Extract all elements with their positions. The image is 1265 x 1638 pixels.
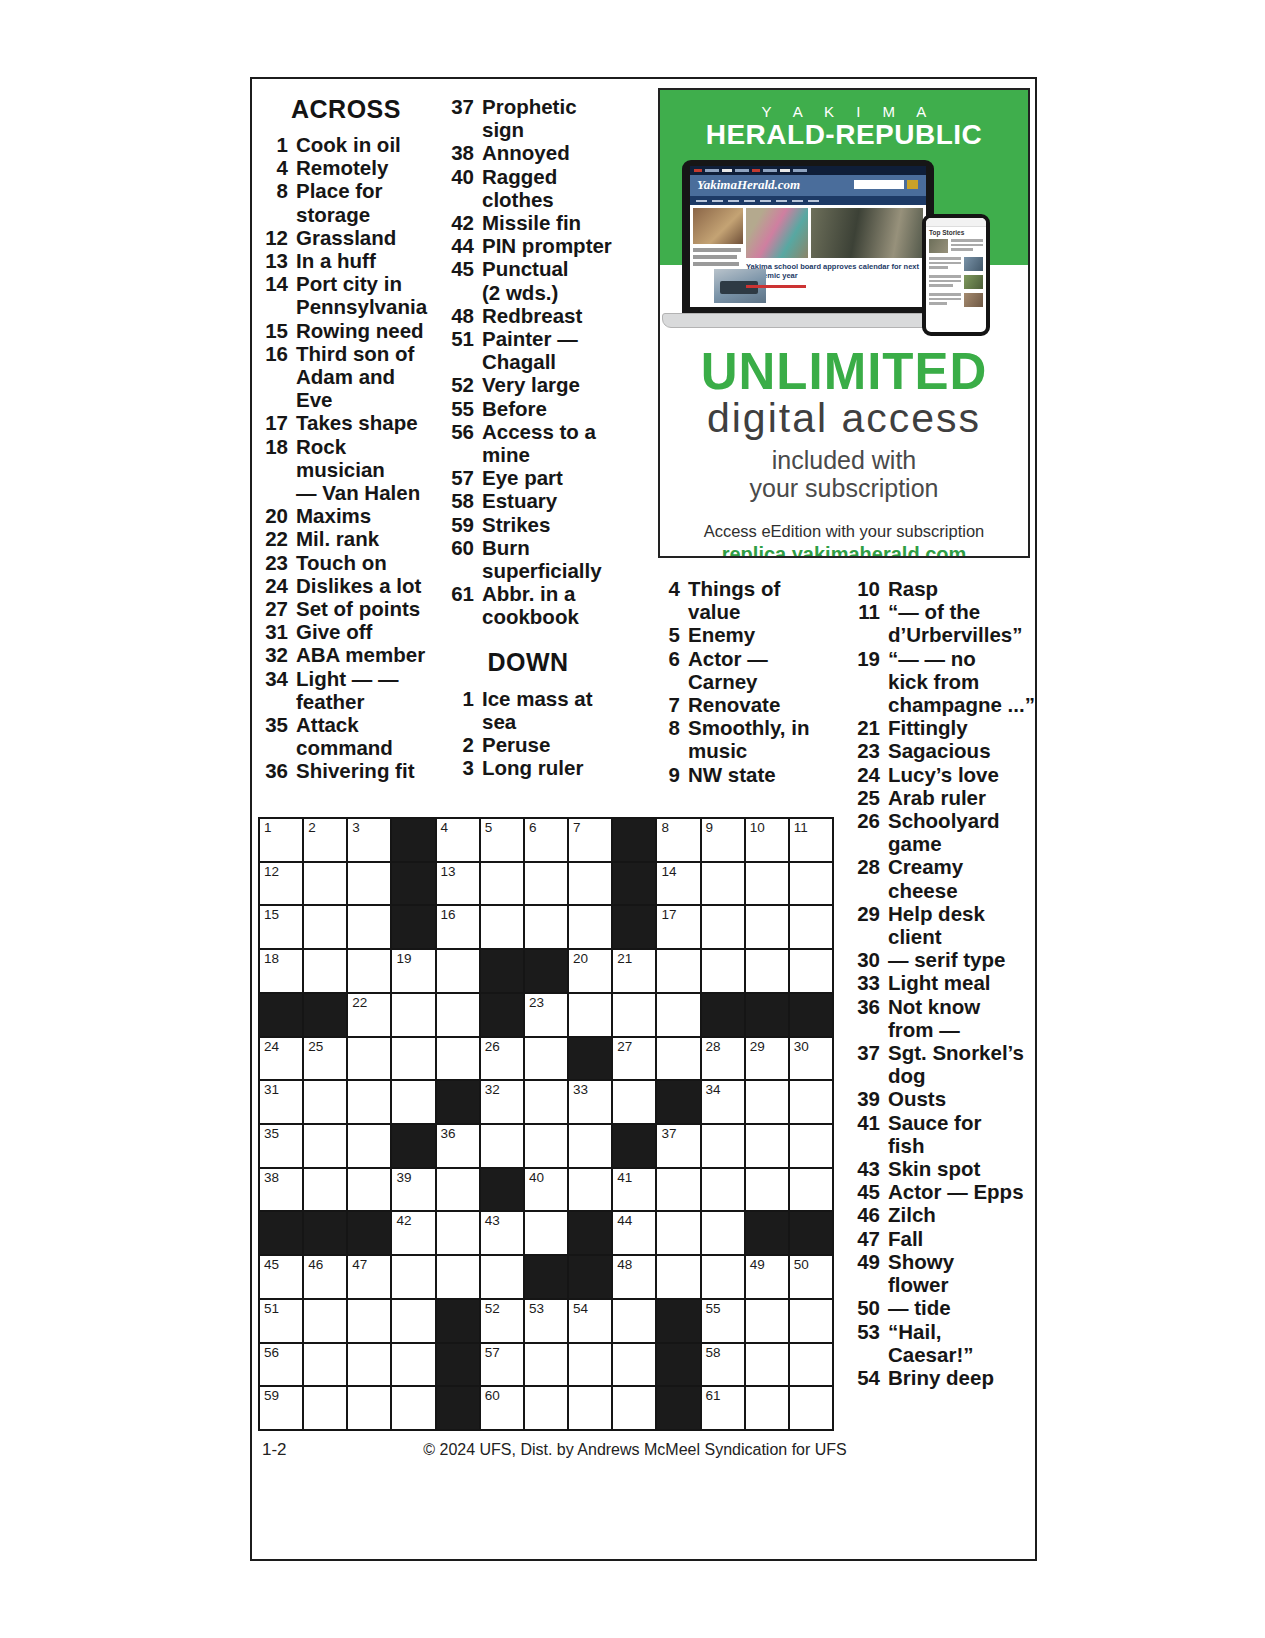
grid-cell[interactable]: [348, 950, 390, 992]
cell-number: 33: [573, 1083, 588, 1097]
grid-cell[interactable]: [790, 1300, 832, 1342]
grid-cell[interactable]: 3: [348, 819, 390, 861]
grid-cell-black: [657, 1387, 699, 1429]
cell-number: 32: [485, 1083, 500, 1097]
grid-cell[interactable]: 22: [348, 994, 390, 1036]
grid-cell[interactable]: [437, 950, 479, 992]
down-clue-54: 54Briny deep: [843, 1366, 1035, 1389]
clue-number: 18: [262, 435, 288, 458]
grid-cell[interactable]: [348, 1081, 390, 1123]
grid-cell[interactable]: 46: [304, 1256, 346, 1298]
cell-number: 2: [308, 821, 316, 835]
grid-cell[interactable]: 14: [657, 863, 699, 905]
grid-cell[interactable]: 25: [304, 1038, 346, 1080]
grid-cell[interactable]: [746, 1169, 788, 1211]
clue-number: 45: [843, 1180, 880, 1203]
clue-text: Schoolyard game: [888, 809, 1000, 855]
grid-cell-black: [437, 1344, 479, 1386]
grid-cell[interactable]: [657, 1169, 699, 1211]
down-clue-9: 9NW state: [648, 763, 824, 786]
grid-cell[interactable]: [790, 950, 832, 992]
grid-cell[interactable]: [746, 1125, 788, 1167]
cell-number: 38: [264, 1171, 279, 1185]
cell-number: 21: [617, 952, 632, 966]
clue-number: 33: [843, 971, 880, 994]
clue-text: Sgt. Snorkel’s dog: [888, 1041, 1024, 1087]
grid-cell[interactable]: [437, 1256, 479, 1298]
grid-cell[interactable]: [790, 1081, 832, 1123]
grid-cell[interactable]: 27: [613, 1038, 655, 1080]
clue-text: Punctual (2 wds.): [482, 257, 569, 303]
down-clue-29: 29Help desk client: [843, 902, 1035, 948]
grid-cell[interactable]: [348, 1387, 390, 1429]
cell-number: 49: [750, 1258, 765, 1272]
text-line: [693, 248, 741, 252]
clue-number: 34: [262, 667, 288, 690]
phone-story-row: [926, 255, 986, 273]
grid-cell[interactable]: [613, 1344, 655, 1386]
grid-cell[interactable]: 28: [702, 1038, 744, 1080]
grid-cell[interactable]: [613, 1081, 655, 1123]
grid-cell[interactable]: [569, 863, 611, 905]
across-clue-55: 55Before: [448, 397, 624, 420]
across-clue-35: 35Attack command: [262, 713, 438, 759]
news-photo: [693, 208, 743, 244]
grid-cell[interactable]: 30: [790, 1038, 832, 1080]
grid-cell[interactable]: [304, 950, 346, 992]
cell-number: 25: [308, 1040, 323, 1054]
grid-cell[interactable]: 37: [657, 1125, 699, 1167]
grid-cell[interactable]: 31: [260, 1081, 302, 1123]
grid-cell[interactable]: [525, 1125, 567, 1167]
grid-cell[interactable]: [613, 994, 655, 1036]
down-clue-23: 23Sagacious: [843, 739, 1035, 762]
cell-number: 24: [264, 1040, 279, 1054]
clue-text: Ice mass at sea: [482, 687, 593, 733]
across-clue-42: 42Missile fin: [448, 211, 624, 234]
grid-cell[interactable]: 53: [525, 1300, 567, 1342]
down-clue-4: 4Things of value: [648, 577, 824, 623]
cell-number: 11: [794, 821, 808, 835]
across-clue-13: 13In a huff: [262, 249, 438, 272]
clue-number: 12: [262, 226, 288, 249]
grid-cell[interactable]: 48: [613, 1256, 655, 1298]
clue-number: 29: [843, 902, 880, 925]
grid-cell[interactable]: 39: [392, 1169, 434, 1211]
cell-number: 54: [573, 1302, 588, 1316]
across-clue-58: 58Estuary: [448, 489, 624, 512]
grid-cell[interactable]: 56: [260, 1344, 302, 1386]
across-clue-14: 14Port city in Pennsylvania: [262, 272, 438, 318]
clue-number: 32: [262, 643, 288, 666]
grid-cell[interactable]: 41: [613, 1169, 655, 1211]
clue-number: 13: [262, 249, 288, 272]
grid-cell-black: [569, 1212, 611, 1254]
grid-cell[interactable]: [569, 1387, 611, 1429]
down-clue-8: 8Smoothly, in music: [648, 716, 824, 762]
clue-text: Zilch: [888, 1203, 936, 1226]
clue-number: 3: [448, 756, 474, 779]
grid-cell[interactable]: 1: [260, 819, 302, 861]
grid-cell[interactable]: 43: [481, 1212, 523, 1254]
grid-cell[interactable]: 57: [481, 1344, 523, 1386]
grid-cell[interactable]: [525, 863, 567, 905]
grid-cell[interactable]: 34: [702, 1081, 744, 1123]
grid-cell[interactable]: [348, 1169, 390, 1211]
clue-number: 31: [262, 620, 288, 643]
grid-cell-black: [790, 1212, 832, 1254]
grid-cell[interactable]: 59: [260, 1387, 302, 1429]
grid-cell[interactable]: [525, 906, 567, 948]
grid-cell[interactable]: [569, 994, 611, 1036]
cell-number: 15: [264, 908, 279, 922]
grid-cell[interactable]: [304, 863, 346, 905]
cell-number: 43: [485, 1214, 500, 1228]
clue-text: Touch on: [296, 551, 387, 574]
across-clue-61: 61Abbr. in a cookbook: [448, 582, 624, 628]
phone-story-row: [926, 273, 986, 291]
grid-cell[interactable]: [525, 1081, 567, 1123]
across-clue-40: 40Ragged clothes: [448, 165, 624, 211]
grid-cell[interactable]: 36: [437, 1125, 479, 1167]
clue-text: Very large: [482, 373, 580, 396]
clue-number: 45: [448, 257, 474, 280]
story-thumbnail: [964, 257, 983, 271]
grid-cell[interactable]: [392, 1256, 434, 1298]
grid-cell[interactable]: [746, 863, 788, 905]
clue-number: 1: [448, 687, 474, 710]
grid-cell[interactable]: [348, 1344, 390, 1386]
across-clue-16: 16Third son of Adam and Eve: [262, 342, 438, 412]
grid-cell[interactable]: 51: [260, 1300, 302, 1342]
grid-cell[interactable]: [702, 1125, 744, 1167]
down-clue-7: 7Renovate: [648, 693, 824, 716]
grid-cell[interactable]: 5: [481, 819, 523, 861]
grid-cell[interactable]: 20: [569, 950, 611, 992]
grid-cell[interactable]: [569, 1344, 611, 1386]
clue-text: Renovate: [688, 693, 780, 716]
clue-text: Maxims: [296, 504, 371, 527]
grid-cell[interactable]: 35: [260, 1125, 302, 1167]
grid-cell[interactable]: 32: [481, 1081, 523, 1123]
grid-cell-black: [746, 1212, 788, 1254]
clue-text: Light meal: [888, 971, 991, 994]
grid-cell[interactable]: 33: [569, 1081, 611, 1123]
grid-cell[interactable]: 2: [304, 819, 346, 861]
clue-text: Attack command: [296, 713, 393, 759]
grid-cell[interactable]: [348, 1125, 390, 1167]
down-clue-30: 30— serif type: [843, 948, 1035, 971]
grid-cell[interactable]: [348, 1300, 390, 1342]
down-clue-46: 46Zilch: [843, 1203, 1035, 1226]
grid-cell[interactable]: 60: [481, 1387, 523, 1429]
grid-cell[interactable]: [481, 863, 523, 905]
grid-cell[interactable]: [657, 994, 699, 1036]
story-thumbnail: [964, 275, 983, 289]
crossword-grid: 1234567891011121314151617181920212223242…: [258, 817, 834, 1431]
across-clue-32: 32ABA member: [262, 643, 438, 666]
cell-number: 58: [706, 1346, 721, 1360]
clue-number: 17: [262, 411, 288, 434]
clue-number: 8: [648, 716, 680, 739]
down-clue-2: 2Peruse: [448, 733, 624, 756]
down-clues-part2: 4Things of value5Enemy6Actor — Carney7Re…: [648, 577, 824, 786]
grid-cell-black: [657, 1081, 699, 1123]
across-clue-31: 31Give off: [262, 620, 438, 643]
across-clue-17: 17Takes shape: [262, 411, 438, 434]
grid-cell[interactable]: [569, 1125, 611, 1167]
grid-cell[interactable]: [790, 863, 832, 905]
grid-cell[interactable]: [790, 1125, 832, 1167]
clue-number: 19: [843, 647, 880, 670]
cell-number: 20: [573, 952, 588, 966]
grid-cell[interactable]: [392, 994, 434, 1036]
clue-text: Give off: [296, 620, 372, 643]
grid-cell[interactable]: [746, 1081, 788, 1123]
grid-cell[interactable]: [525, 1038, 567, 1080]
grid-cell[interactable]: [613, 1387, 655, 1429]
grid-cell[interactable]: [746, 950, 788, 992]
grid-cell[interactable]: [304, 1300, 346, 1342]
clue-text: Annoyed: [482, 141, 570, 164]
clue-column-2: 37Prophetic sign38Annoyed40Ragged clothe…: [448, 95, 624, 779]
grid-cell[interactable]: [525, 1387, 567, 1429]
cell-number: 29: [750, 1040, 765, 1054]
clue-number: 39: [843, 1087, 880, 1110]
clue-text: Ousts: [888, 1087, 946, 1110]
grid-cell[interactable]: 21: [613, 950, 655, 992]
grid-cell[interactable]: [702, 1169, 744, 1211]
cell-number: 22: [352, 996, 367, 1010]
grid-cell[interactable]: 45: [260, 1256, 302, 1298]
website-search-button: [907, 180, 918, 189]
across-clue-22: 22Mil. rank: [262, 527, 438, 550]
grid-cell[interactable]: [702, 950, 744, 992]
grid-cell[interactable]: [746, 1387, 788, 1429]
grid-cell[interactable]: 10: [746, 819, 788, 861]
grid-cell[interactable]: 50: [790, 1256, 832, 1298]
clue-number: 57: [448, 466, 474, 489]
clue-number: 26: [843, 809, 880, 832]
grid-cell[interactable]: 58: [702, 1344, 744, 1386]
clue-text: Eye part: [482, 466, 563, 489]
grid-cell[interactable]: 61: [702, 1387, 744, 1429]
down-clue-36: 36Not know from —: [843, 995, 1035, 1041]
grid-cell[interactable]: 8: [657, 819, 699, 861]
down-clue-24: 24Lucy’s love: [843, 763, 1035, 786]
grid-cell[interactable]: 7: [569, 819, 611, 861]
grid-cell[interactable]: [569, 1169, 611, 1211]
grid-cell[interactable]: 6: [525, 819, 567, 861]
down-clue-19: 19“— — no kick from champagne ...”: [843, 647, 1035, 717]
grid-cell[interactable]: [613, 1300, 655, 1342]
across-clue-37: 37Prophetic sign: [448, 95, 624, 141]
clue-number: 27: [262, 597, 288, 620]
cell-number: 34: [706, 1083, 721, 1097]
down-clue-26: 26Schoolyard game: [843, 809, 1035, 855]
grid-cell[interactable]: 49: [746, 1256, 788, 1298]
grid-cell[interactable]: [304, 906, 346, 948]
cell-number: 3: [352, 821, 360, 835]
grid-cell[interactable]: 52: [481, 1300, 523, 1342]
clue-number: 44: [448, 234, 474, 257]
grid-cell[interactable]: 29: [746, 1038, 788, 1080]
news-photo: [746, 208, 808, 258]
clue-number: 5: [648, 623, 680, 646]
grid-cell[interactable]: 11: [790, 819, 832, 861]
clue-number: 38: [448, 141, 474, 164]
grid-cell[interactable]: [790, 1169, 832, 1211]
grid-cell[interactable]: 19: [392, 950, 434, 992]
down-clue-28: 28Creamy cheese: [843, 855, 1035, 901]
grid-cell[interactable]: 4: [437, 819, 479, 861]
grid-cell[interactable]: 55: [702, 1300, 744, 1342]
across-clues-part1: 1Cook in oil4Remotely8Place for storage1…: [262, 133, 438, 783]
grid-cell[interactable]: [348, 863, 390, 905]
clue-text: Third son of Adam and Eve: [296, 342, 414, 412]
grid-cell-black: [613, 1125, 655, 1167]
grid-cell[interactable]: 15: [260, 906, 302, 948]
grid-cell[interactable]: 44: [613, 1212, 655, 1254]
grid-cell[interactable]: 23: [525, 994, 567, 1036]
grid-cell[interactable]: 47: [348, 1256, 390, 1298]
grid-cell[interactable]: [392, 1081, 434, 1123]
grid-cell[interactable]: [702, 1256, 744, 1298]
grid-cell[interactable]: [437, 994, 479, 1036]
clue-number: 49: [843, 1250, 880, 1273]
grid-cell-black: [569, 1038, 611, 1080]
website-masthead-title: YakimaHerald.com: [697, 177, 800, 193]
grid-cell[interactable]: 40: [525, 1169, 567, 1211]
clue-text: Prophetic sign: [482, 95, 577, 141]
grid-cell[interactable]: [348, 1038, 390, 1080]
cell-number: 39: [396, 1171, 411, 1185]
grid-cell[interactable]: 38: [260, 1169, 302, 1211]
grid-cell[interactable]: [746, 906, 788, 948]
down-clue-37: 37Sgt. Snorkel’s dog: [843, 1041, 1035, 1087]
down-clue-5: 5Enemy: [648, 623, 824, 646]
grid-cell[interactable]: [304, 1125, 346, 1167]
clue-text: Estuary: [482, 489, 557, 512]
grid-cell[interactable]: [702, 863, 744, 905]
grid-cell[interactable]: [437, 1212, 479, 1254]
grid-cell[interactable]: [746, 1300, 788, 1342]
grid-cell[interactable]: [392, 1038, 434, 1080]
clue-text: Skin spot: [888, 1157, 980, 1180]
grid-cell-black: [437, 1081, 479, 1123]
grid-cell[interactable]: [437, 1169, 479, 1211]
grid-cell[interactable]: 13: [437, 863, 479, 905]
phone-section-label: Top Stories: [926, 227, 986, 237]
clue-text: Help desk client: [888, 902, 985, 948]
grid-cell[interactable]: [790, 906, 832, 948]
grid-cell[interactable]: 24: [260, 1038, 302, 1080]
ad-url: replica.yakimaherald.com: [660, 543, 1028, 558]
grid-cell-black: [657, 1344, 699, 1386]
cell-number: 17: [661, 908, 676, 922]
grid-cell[interactable]: [304, 1169, 346, 1211]
grid-cell[interactable]: [348, 906, 390, 948]
grid-cell[interactable]: 26: [481, 1038, 523, 1080]
grid-cell[interactable]: [392, 1344, 434, 1386]
grid-cell[interactable]: [437, 1038, 479, 1080]
grid-cell[interactable]: [657, 950, 699, 992]
puzzle-date-code: 1-2: [262, 1440, 287, 1460]
grid-cell-black: [260, 1212, 302, 1254]
grid-cell[interactable]: 54: [569, 1300, 611, 1342]
cell-number: 19: [396, 952, 411, 966]
grid-cell-black: [657, 1300, 699, 1342]
grid-cell[interactable]: [657, 1256, 699, 1298]
clue-column-1: ACROSS 1Cook in oil4Remotely8Place for s…: [262, 95, 438, 783]
across-clue-60: 60Burn superficially: [448, 536, 624, 582]
clue-number: 4: [262, 156, 288, 179]
across-header: ACROSS: [262, 95, 430, 124]
clue-number: 23: [262, 551, 288, 574]
grid-cell[interactable]: [304, 1344, 346, 1386]
grid-cell-black: [525, 1256, 567, 1298]
down-clue-41: 41Sauce for fish: [843, 1111, 1035, 1157]
clue-text: Ragged clothes: [482, 165, 557, 211]
grid-cell[interactable]: [392, 1300, 434, 1342]
grid-cell[interactable]: [702, 1212, 744, 1254]
grid-cell[interactable]: 17: [657, 906, 699, 948]
grid-cell[interactable]: 16: [437, 906, 479, 948]
grid-cell[interactable]: [702, 906, 744, 948]
across-clue-51: 51Painter — Chagall: [448, 327, 624, 373]
grid-cell[interactable]: 12: [260, 863, 302, 905]
clue-number: 52: [448, 373, 474, 396]
grid-cell[interactable]: [790, 1344, 832, 1386]
grid-cell[interactable]: [481, 1125, 523, 1167]
grid-cell[interactable]: [790, 1387, 832, 1429]
text-line: [693, 255, 737, 259]
across-clue-27: 27Set of points: [262, 597, 438, 620]
grid-cell[interactable]: 42: [392, 1212, 434, 1254]
grid-cell[interactable]: [392, 1387, 434, 1429]
clue-text: Peruse: [482, 733, 550, 756]
grid-cell[interactable]: [304, 1081, 346, 1123]
grid-cell[interactable]: [746, 1344, 788, 1386]
grid-cell[interactable]: [525, 1212, 567, 1254]
cell-number: 10: [750, 821, 765, 835]
grid-cell[interactable]: [481, 1256, 523, 1298]
cell-number: 18: [264, 952, 279, 966]
grid-cell[interactable]: [657, 1212, 699, 1254]
clue-number: 43: [843, 1157, 880, 1180]
clue-number: 23: [843, 739, 880, 762]
cell-number: 51: [264, 1302, 279, 1316]
grid-cell-black: [481, 994, 523, 1036]
cell-number: 44: [617, 1214, 632, 1228]
clue-text: Not know from —: [888, 995, 980, 1041]
grid-cell[interactable]: [525, 1344, 567, 1386]
grid-cell[interactable]: [481, 906, 523, 948]
down-clue-53: 53“Hail, Caesar!”: [843, 1320, 1035, 1366]
grid-cell[interactable]: 9: [702, 819, 744, 861]
story-thumbnail: [929, 239, 948, 253]
grid-cell[interactable]: [657, 1038, 699, 1080]
grid-cell-black: [392, 819, 434, 861]
grid-cell[interactable]: [569, 906, 611, 948]
grid-cell[interactable]: [304, 1387, 346, 1429]
grid-cell-black: [392, 906, 434, 948]
down-clue-33: 33Light meal: [843, 971, 1035, 994]
grid-cell-black: [304, 1212, 346, 1254]
grid-cell[interactable]: 18: [260, 950, 302, 992]
down-clues-part1: 1Ice mass at sea2Peruse3Long ruler: [448, 687, 624, 780]
clue-text: Set of points: [296, 597, 420, 620]
